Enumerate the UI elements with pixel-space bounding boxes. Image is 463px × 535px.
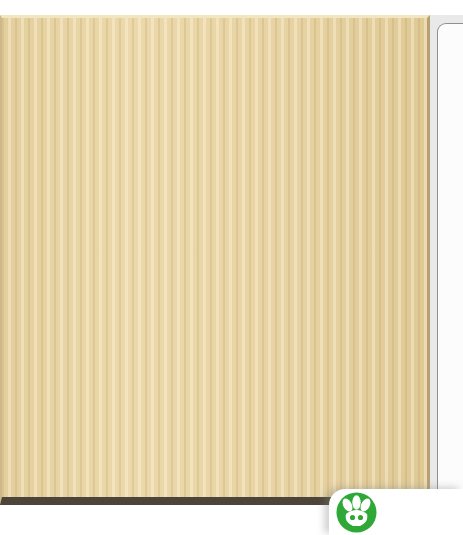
xiangqi-app: [0, 0, 463, 535]
frog-logo-icon: [336, 492, 377, 533]
side-panel: [437, 23, 463, 506]
top-file-labels: [0, 0, 463, 15]
side-panel-edge: [430, 15, 463, 505]
watermark: [329, 489, 463, 535]
xiangqi-board[interactable]: [0, 15, 430, 505]
